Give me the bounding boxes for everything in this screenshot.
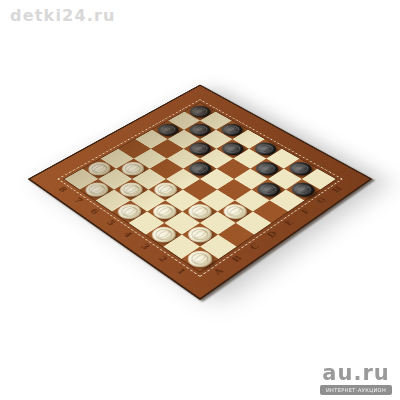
board-scene: ⛀⛂⛂⛀⛀⛂⛀⛂⛂⛀⛀⛂⛂⛀⛂⛀⛀⛂⛀⛀⛂⛂⛀⛂ ABCDEFGH 123456… [0,0,400,400]
board-grid: ⛀⛂⛂⛀⛀⛂⛀⛂⛂⛀⛀⛂⛂⛀⛂⛀⛀⛂⛀⛀⛂⛂⛀⛂ [64,103,336,272]
au-logo: au.ru [320,362,392,384]
checkers-board: ⛀⛂⛂⛀⛀⛂⛀⛂⛂⛀⛀⛂⛂⛀⛂⛀⛀⛂⛀⛀⛂⛂⛀⛂ ABCDEFGH 123456… [27,84,372,300]
au-tagline: интернет-аукцион [320,385,392,395]
watermark-au: au.ru интернет-аукцион [320,362,392,395]
